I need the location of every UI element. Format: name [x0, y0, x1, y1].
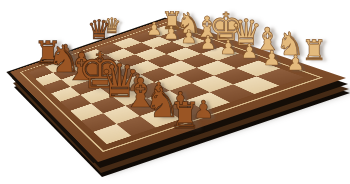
white-rook-a1: ♜ — [301, 37, 326, 65]
chess-set-photo: ♜♞♝♛♚♝♞♜♟♟♟♟♟♟♟♟♟♟♟♟♟♟♟♟♜♞♝♛♚♝♞♜♛♛ — [0, 0, 350, 184]
board-grid — [28, 26, 304, 144]
